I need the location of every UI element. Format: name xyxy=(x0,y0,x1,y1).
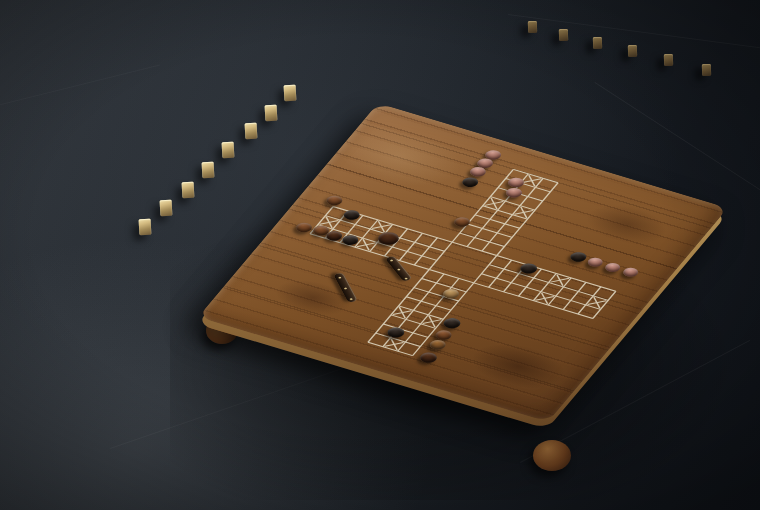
bronze-block[interactable] xyxy=(701,64,710,76)
bronze-block[interactable] xyxy=(527,21,536,33)
bronze-block[interactable] xyxy=(558,29,567,41)
brass-block[interactable] xyxy=(222,142,235,159)
die-pip xyxy=(338,277,342,279)
brass-block[interactable] xyxy=(265,105,278,122)
floor-seam xyxy=(508,14,760,48)
brass-block[interactable] xyxy=(245,123,258,140)
brass-block[interactable] xyxy=(182,182,195,199)
brass-block[interactable] xyxy=(284,85,297,102)
die-pip xyxy=(344,287,348,289)
scene xyxy=(0,0,760,510)
die-pip xyxy=(404,277,408,279)
brass-block[interactable] xyxy=(202,162,215,179)
brass-block[interactable] xyxy=(139,219,152,236)
board-ball-foot-bottom xyxy=(533,440,571,471)
brass-block[interactable] xyxy=(160,200,173,217)
die-pip xyxy=(397,268,401,270)
die-pip xyxy=(350,298,354,300)
die-pip xyxy=(390,259,394,261)
bronze-block[interactable] xyxy=(592,37,601,49)
bronze-block[interactable] xyxy=(627,45,636,57)
bronze-block[interactable] xyxy=(663,54,672,66)
floor-seam xyxy=(0,64,160,109)
